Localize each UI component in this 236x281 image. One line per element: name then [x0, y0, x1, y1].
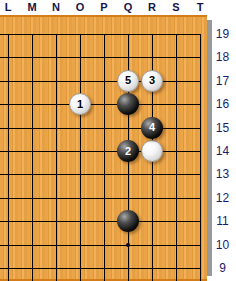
grid-line-row-17 — [0, 81, 201, 82]
row-label-12: 12 — [211, 191, 234, 205]
grid-line-row-16 — [0, 104, 201, 105]
column-label-m: M — [23, 0, 41, 14]
white-stone-o16-move-1[interactable]: 1 — [69, 93, 91, 115]
column-labels: LMNOPQRST — [0, 0, 236, 15]
grid-line-row-9 — [0, 268, 201, 269]
column-label-s: S — [167, 0, 185, 14]
board-shadow — [207, 20, 212, 276]
column-label-p: P — [95, 0, 113, 14]
go-board[interactable]: 12345 — [0, 15, 207, 281]
column-label-n: N — [47, 0, 65, 14]
black-stone-q16[interactable] — [117, 93, 139, 115]
column-label-o: O — [71, 0, 89, 14]
grid-line-row-15 — [0, 128, 201, 129]
row-label-9: 9 — [211, 261, 234, 275]
go-diagram: LMNOPQRST 12345 191817161514131211109 — [0, 0, 236, 281]
row-label-18: 18 — [211, 50, 234, 64]
row-label-10: 10 — [211, 238, 234, 252]
grid-line-row-13 — [0, 174, 201, 175]
black-stone-q14-move-2[interactable]: 2 — [117, 140, 139, 162]
row-label-14: 14 — [211, 144, 234, 158]
star-point-q10 — [126, 243, 130, 247]
black-stone-q11[interactable] — [117, 210, 139, 232]
white-stone-r14[interactable] — [141, 140, 163, 162]
row-label-17: 17 — [211, 74, 234, 88]
column-label-t: T — [191, 0, 209, 14]
row-label-16: 16 — [211, 97, 234, 111]
grid-line-row-19 — [0, 34, 201, 35]
grid-line-row-10 — [0, 245, 201, 246]
grid-line-row-18 — [0, 57, 201, 58]
row-label-19: 19 — [211, 27, 234, 41]
row-label-15: 15 — [211, 121, 234, 135]
grid-line-row-12 — [0, 198, 201, 199]
grid-line-row-14 — [0, 151, 201, 152]
row-label-13: 13 — [211, 167, 234, 181]
grid-line-row-11 — [0, 221, 201, 222]
row-label-11: 11 — [211, 214, 234, 228]
white-stone-q17-move-5[interactable]: 5 — [117, 70, 139, 92]
column-label-q: Q — [119, 0, 137, 14]
column-label-r: R — [143, 0, 161, 14]
black-stone-r15-move-4[interactable]: 4 — [141, 117, 163, 139]
column-label-l: L — [0, 0, 17, 14]
white-stone-r17-move-3[interactable]: 3 — [141, 70, 163, 92]
